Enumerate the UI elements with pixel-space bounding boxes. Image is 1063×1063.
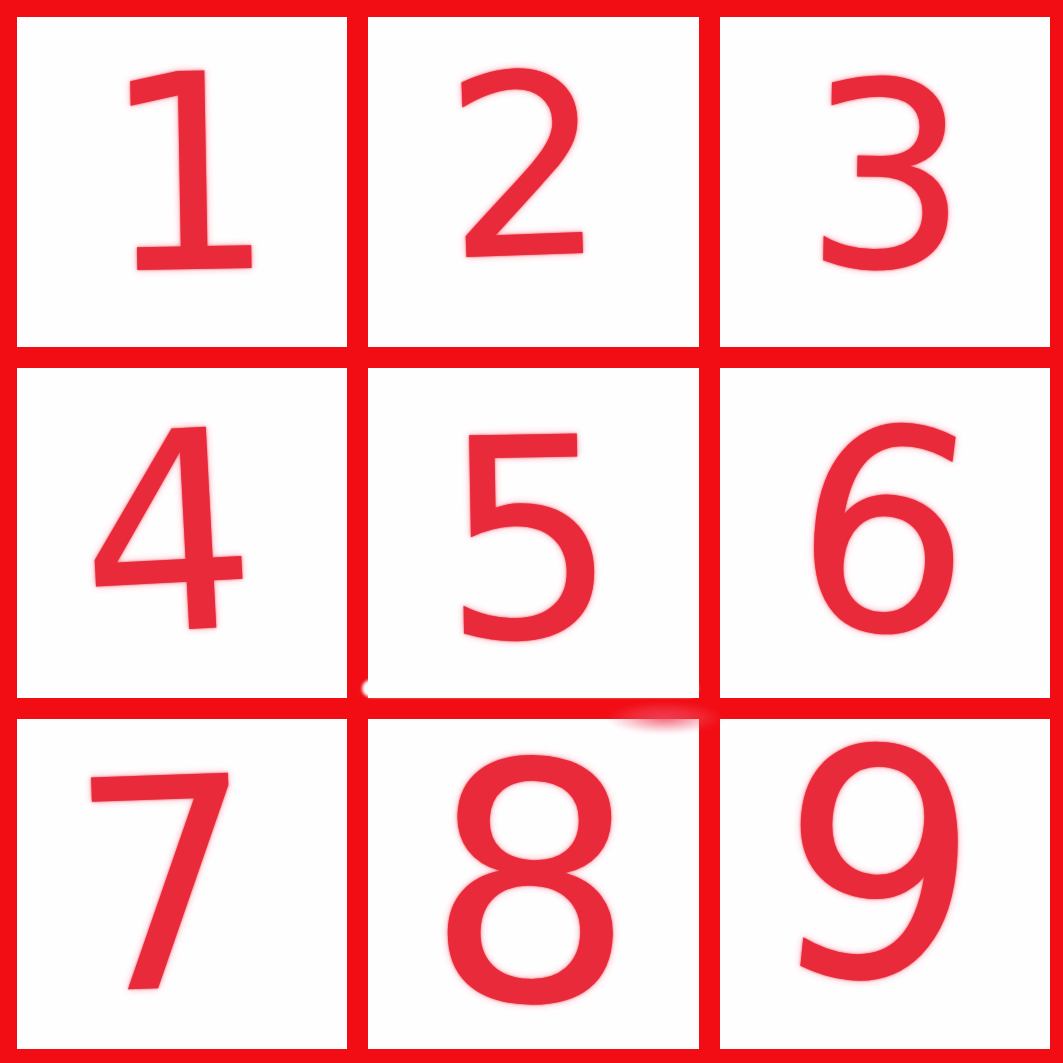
ink-smudge-white xyxy=(362,680,698,697)
digit-5: 5 xyxy=(439,428,620,653)
grid-cell-r3c3: 9 xyxy=(720,719,1050,1049)
grid-cell-r2c2: 5 xyxy=(368,368,698,698)
digit-8: 8 xyxy=(422,750,641,1021)
grid-cell-r1c2: 2 xyxy=(368,17,698,347)
ink-smudge-pink xyxy=(606,702,724,734)
grid-cell-r3c1: 7 xyxy=(17,719,347,1049)
digit-grid-board: 1 2 3 4 5 6 7 8 9 xyxy=(0,0,1063,1063)
grid-cell-r1c1: 1 xyxy=(17,17,347,347)
grid-cell-r1c3: 3 xyxy=(720,17,1050,347)
digit-3: 3 xyxy=(803,73,971,282)
grid-cell-r3c2: 8 xyxy=(368,719,698,1049)
digit-1: 1 xyxy=(100,66,277,287)
digit-2: 2 xyxy=(442,64,609,271)
digit-9: 9 xyxy=(763,731,991,1005)
digit-4: 4 xyxy=(75,420,262,650)
digit-6: 6 xyxy=(782,410,988,656)
grid-cell-r2c3: 6 xyxy=(720,368,1050,698)
grid-cell-r2c1: 4 xyxy=(17,368,347,698)
digit-grid: 1 2 3 4 5 6 7 8 9 xyxy=(17,17,1050,1049)
digit-7: 7 xyxy=(67,768,261,1008)
